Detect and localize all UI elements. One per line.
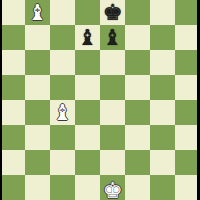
square-g6[interactable] <box>150 50 175 75</box>
square-e6[interactable] <box>100 50 125 75</box>
square-g3[interactable] <box>150 125 175 150</box>
square-a1[interactable] <box>0 175 25 200</box>
square-a3[interactable] <box>0 125 25 150</box>
square-g2[interactable] <box>150 150 175 175</box>
square-e3[interactable] <box>100 125 125 150</box>
square-f6[interactable] <box>125 50 150 75</box>
black-bishop-e7[interactable]: ♝ <box>100 25 125 50</box>
square-d2[interactable] <box>75 150 100 175</box>
square-a4[interactable] <box>0 100 25 125</box>
square-b8[interactable]: ♝ <box>25 0 50 25</box>
black-bishop-d7[interactable]: ♝ <box>75 25 100 50</box>
square-d5[interactable] <box>75 75 100 100</box>
square-f3[interactable] <box>125 125 150 150</box>
square-c2[interactable] <box>50 150 75 175</box>
square-g4[interactable] <box>150 100 175 125</box>
square-e4[interactable] <box>100 100 125 125</box>
square-c1[interactable] <box>50 175 75 200</box>
square-f2[interactable] <box>125 150 150 175</box>
chess-board-wrapper: ♝♚♝♝♝♚ <box>0 0 200 200</box>
square-c8[interactable] <box>50 0 75 25</box>
square-b1[interactable] <box>25 175 50 200</box>
square-c5[interactable] <box>50 75 75 100</box>
board-edge-left <box>0 0 2 200</box>
square-a7[interactable] <box>0 25 25 50</box>
square-d4[interactable] <box>75 100 100 125</box>
square-e5[interactable] <box>100 75 125 100</box>
square-f1[interactable] <box>125 175 150 200</box>
square-g1[interactable] <box>150 175 175 200</box>
square-a8[interactable] <box>0 0 25 25</box>
chess-board: ♝♚♝♝♝♚ <box>0 0 200 200</box>
board-edge-right <box>197 0 200 200</box>
square-d3[interactable] <box>75 125 100 150</box>
square-f5[interactable] <box>125 75 150 100</box>
white-bishop-c4[interactable]: ♝ <box>50 100 75 125</box>
square-e2[interactable] <box>100 150 125 175</box>
white-king-e1[interactable]: ♚ <box>100 178 125 200</box>
square-e7[interactable]: ♝ <box>100 25 125 50</box>
square-c3[interactable] <box>50 125 75 150</box>
square-c7[interactable] <box>50 25 75 50</box>
square-b4[interactable] <box>25 100 50 125</box>
square-b2[interactable] <box>25 150 50 175</box>
square-b3[interactable] <box>25 125 50 150</box>
square-c6[interactable] <box>50 50 75 75</box>
square-a5[interactable] <box>0 75 25 100</box>
square-g7[interactable] <box>150 25 175 50</box>
square-g5[interactable] <box>150 75 175 100</box>
black-king-e8[interactable]: ♚ <box>100 0 125 25</box>
square-f4[interactable] <box>125 100 150 125</box>
square-c4[interactable]: ♝ <box>50 100 75 125</box>
square-f8[interactable] <box>125 0 150 25</box>
square-a2[interactable] <box>0 150 25 175</box>
square-b5[interactable] <box>25 75 50 100</box>
white-bishop-b8[interactable]: ♝ <box>25 0 50 25</box>
square-f7[interactable] <box>125 25 150 50</box>
square-e1[interactable]: ♚ <box>100 175 125 200</box>
square-e8[interactable]: ♚ <box>100 0 125 25</box>
square-g8[interactable] <box>150 0 175 25</box>
square-d8[interactable] <box>75 0 100 25</box>
square-a6[interactable] <box>0 50 25 75</box>
square-d7[interactable]: ♝ <box>75 25 100 50</box>
square-b6[interactable] <box>25 50 50 75</box>
square-d6[interactable] <box>75 50 100 75</box>
square-d1[interactable] <box>75 175 100 200</box>
square-b7[interactable] <box>25 25 50 50</box>
